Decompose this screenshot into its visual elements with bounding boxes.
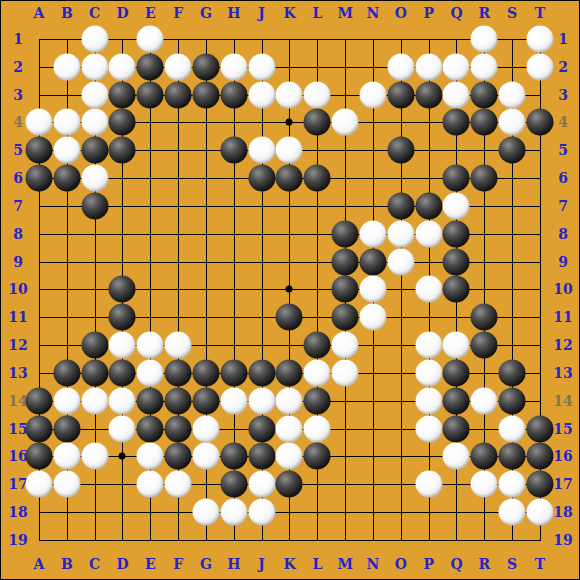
stone-black-K11[interactable] xyxy=(276,304,303,331)
stone-white-N11[interactable] xyxy=(359,304,386,331)
row-label-left-1: 1 xyxy=(13,32,23,46)
stone-black-R12[interactable] xyxy=(471,332,498,359)
row-label-left-19: 19 xyxy=(8,533,27,547)
stone-black-S14[interactable] xyxy=(499,387,526,414)
stone-white-B4[interactable] xyxy=(53,109,80,136)
stone-white-A17[interactable] xyxy=(26,471,53,498)
row-label-right-17: 17 xyxy=(553,477,572,491)
stone-black-O3[interactable] xyxy=(387,81,414,108)
stone-white-S3[interactable] xyxy=(499,81,526,108)
col-label-bottom-P: P xyxy=(423,557,434,571)
stone-white-T1[interactable] xyxy=(526,26,553,53)
col-label-bottom-H: H xyxy=(227,557,240,571)
stone-white-P12[interactable] xyxy=(415,332,442,359)
stone-white-F12[interactable] xyxy=(165,332,192,359)
stone-white-D2[interactable] xyxy=(109,53,136,80)
stone-white-B5[interactable] xyxy=(53,137,80,164)
stone-white-G18[interactable] xyxy=(192,499,219,526)
stone-white-L3[interactable] xyxy=(304,81,331,108)
stone-white-C16[interactable] xyxy=(81,443,108,470)
stone-black-C13[interactable] xyxy=(81,359,108,386)
stone-white-L15[interactable] xyxy=(304,415,331,442)
stone-black-M9[interactable] xyxy=(332,248,359,275)
stone-black-J15[interactable] xyxy=(248,415,275,442)
stone-white-S18[interactable] xyxy=(499,499,526,526)
stone-black-M8[interactable] xyxy=(332,220,359,247)
stone-white-S15[interactable] xyxy=(499,415,526,442)
row-label-right-4: 4 xyxy=(558,115,568,129)
col-label-top-P: P xyxy=(423,6,434,20)
row-label-left-18: 18 xyxy=(8,505,27,519)
grid-line-horizontal xyxy=(39,512,541,513)
col-label-top-Q: Q xyxy=(450,6,462,20)
col-label-top-A: A xyxy=(34,6,45,20)
row-label-right-8: 8 xyxy=(558,227,568,241)
stone-black-R6[interactable] xyxy=(471,165,498,192)
stone-black-F15[interactable] xyxy=(165,415,192,442)
stone-white-P10[interactable] xyxy=(415,276,442,303)
stone-black-D5[interactable] xyxy=(109,137,136,164)
col-label-top-T: T xyxy=(535,6,545,20)
stone-black-L16[interactable] xyxy=(304,443,331,470)
stone-white-F17[interactable] xyxy=(165,471,192,498)
col-label-bottom-S: S xyxy=(507,557,517,571)
stone-white-E1[interactable] xyxy=(137,26,164,53)
row-label-right-19: 19 xyxy=(553,533,572,547)
stone-black-H13[interactable] xyxy=(220,359,247,386)
stone-white-N10[interactable] xyxy=(359,276,386,303)
row-label-left-2: 2 xyxy=(13,60,23,74)
col-label-bottom-T: T xyxy=(535,557,545,571)
stone-black-L12[interactable] xyxy=(304,332,331,359)
col-label-top-J: J xyxy=(258,6,265,20)
stone-white-C4[interactable] xyxy=(81,109,108,136)
stone-white-E16[interactable] xyxy=(137,443,164,470)
stone-white-R14[interactable] xyxy=(471,387,498,414)
stone-white-N8[interactable] xyxy=(359,220,386,247)
col-label-bottom-F: F xyxy=(173,557,183,571)
stone-white-P13[interactable] xyxy=(415,359,442,386)
stone-white-D12[interactable] xyxy=(109,332,136,359)
stone-black-P3[interactable] xyxy=(415,81,442,108)
grid-line-horizontal xyxy=(39,540,541,541)
col-label-top-K: K xyxy=(283,6,295,20)
stone-black-E15[interactable] xyxy=(137,415,164,442)
stone-black-Q10[interactable] xyxy=(443,276,470,303)
stone-white-T18[interactable] xyxy=(526,499,553,526)
stone-black-F3[interactable] xyxy=(165,81,192,108)
stone-black-G3[interactable] xyxy=(192,81,219,108)
col-label-bottom-L: L xyxy=(312,557,322,571)
row-label-left-5: 5 xyxy=(13,143,23,157)
row-label-right-6: 6 xyxy=(558,171,568,185)
stone-black-S16[interactable] xyxy=(499,443,526,470)
col-label-top-H: H xyxy=(227,6,240,20)
stone-black-K6[interactable] xyxy=(276,165,303,192)
stone-black-T15[interactable] xyxy=(526,415,553,442)
stone-white-Q7[interactable] xyxy=(443,192,470,219)
col-label-top-L: L xyxy=(312,6,322,20)
grid-line-vertical xyxy=(401,39,402,541)
stone-white-B17[interactable] xyxy=(53,471,80,498)
stone-white-T2[interactable] xyxy=(526,53,553,80)
row-label-right-13: 13 xyxy=(553,366,572,380)
stone-black-A16[interactable] xyxy=(26,443,53,470)
col-label-bottom-M: M xyxy=(337,557,353,571)
col-label-bottom-A: A xyxy=(34,557,45,571)
stone-white-Q12[interactable] xyxy=(443,332,470,359)
stone-black-F16[interactable] xyxy=(165,443,192,470)
star-point xyxy=(286,286,293,293)
stone-white-E13[interactable] xyxy=(137,359,164,386)
stone-white-P8[interactable] xyxy=(415,220,442,247)
row-label-right-7: 7 xyxy=(558,199,568,213)
stone-black-D3[interactable] xyxy=(109,81,136,108)
stone-black-E3[interactable] xyxy=(137,81,164,108)
stone-white-H14[interactable] xyxy=(220,387,247,414)
stone-black-Q4[interactable] xyxy=(443,109,470,136)
stone-black-J16[interactable] xyxy=(248,443,275,470)
col-label-bottom-E: E xyxy=(145,557,156,571)
stone-black-K13[interactable] xyxy=(276,359,303,386)
stone-white-C1[interactable] xyxy=(81,26,108,53)
stone-white-P2[interactable] xyxy=(415,53,442,80)
stone-black-M11[interactable] xyxy=(332,304,359,331)
stone-black-E14[interactable] xyxy=(137,387,164,414)
stone-black-Q15[interactable] xyxy=(443,415,470,442)
stone-black-B13[interactable] xyxy=(53,359,80,386)
stone-black-N9[interactable] xyxy=(359,248,386,275)
stone-black-T4[interactable] xyxy=(526,109,553,136)
stone-white-O2[interactable] xyxy=(387,53,414,80)
row-label-left-7: 7 xyxy=(13,199,23,213)
col-label-bottom-D: D xyxy=(116,557,128,571)
col-label-top-G: G xyxy=(200,6,212,20)
row-label-right-9: 9 xyxy=(558,255,568,269)
stone-white-J14[interactable] xyxy=(248,387,275,414)
stone-black-S13[interactable] xyxy=(499,359,526,386)
col-label-top-E: E xyxy=(145,6,156,20)
stone-black-F13[interactable] xyxy=(165,359,192,386)
stone-white-C6[interactable] xyxy=(81,165,108,192)
stone-white-D15[interactable] xyxy=(109,415,136,442)
row-label-right-11: 11 xyxy=(553,310,572,324)
col-label-bottom-N: N xyxy=(367,557,380,571)
col-label-bottom-G: G xyxy=(200,557,212,571)
stone-black-Q6[interactable] xyxy=(443,165,470,192)
stone-white-F2[interactable] xyxy=(165,53,192,80)
stone-black-G14[interactable] xyxy=(192,387,219,414)
stone-black-Q9[interactable] xyxy=(443,248,470,275)
row-label-right-15: 15 xyxy=(553,422,572,436)
stone-white-R17[interactable] xyxy=(471,471,498,498)
col-label-bottom-J: J xyxy=(258,557,265,571)
stone-white-C3[interactable] xyxy=(81,81,108,108)
col-label-top-S: S xyxy=(507,6,517,20)
stone-white-J5[interactable] xyxy=(248,137,275,164)
row-label-left-9: 9 xyxy=(13,255,23,269)
stone-white-A4[interactable] xyxy=(26,109,53,136)
stone-white-M12[interactable] xyxy=(332,332,359,359)
stone-white-B16[interactable] xyxy=(53,443,80,470)
col-label-top-C: C xyxy=(89,6,100,20)
stone-black-A14[interactable] xyxy=(26,387,53,414)
row-label-left-8: 8 xyxy=(13,227,23,241)
stone-white-K14[interactable] xyxy=(276,387,303,414)
row-label-right-16: 16 xyxy=(553,449,572,463)
stone-black-T16[interactable] xyxy=(526,443,553,470)
col-label-top-B: B xyxy=(61,6,73,20)
stone-white-J3[interactable] xyxy=(248,81,275,108)
col-label-top-D: D xyxy=(116,6,128,20)
go-board[interactable]: AABBCCDDEEFFGGHHJJKKLLMMNNOOPPQQRRSSTT11… xyxy=(0,0,580,580)
stone-black-D4[interactable] xyxy=(109,109,136,136)
stone-black-H17[interactable] xyxy=(220,471,247,498)
stone-white-C14[interactable] xyxy=(81,387,108,414)
stone-white-R1[interactable] xyxy=(471,26,498,53)
col-label-top-O: O xyxy=(395,6,407,20)
star-point xyxy=(286,119,293,126)
stone-black-C5[interactable] xyxy=(81,137,108,164)
stone-white-B2[interactable] xyxy=(53,53,80,80)
col-label-bottom-K: K xyxy=(283,557,295,571)
row-label-right-14: 14 xyxy=(553,394,572,408)
row-label-left-6: 6 xyxy=(13,171,23,185)
stone-white-P17[interactable] xyxy=(415,471,442,498)
stone-black-P7[interactable] xyxy=(415,192,442,219)
stone-black-F14[interactable] xyxy=(165,387,192,414)
row-label-right-10: 10 xyxy=(553,282,572,296)
stone-black-O7[interactable] xyxy=(387,192,414,219)
stone-black-H16[interactable] xyxy=(220,443,247,470)
col-label-bottom-R: R xyxy=(478,557,490,571)
stone-black-D11[interactable] xyxy=(109,304,136,331)
stone-black-O5[interactable] xyxy=(387,137,414,164)
stone-white-G16[interactable] xyxy=(192,443,219,470)
stone-white-Q16[interactable] xyxy=(443,443,470,470)
col-label-top-R: R xyxy=(478,6,490,20)
stone-black-B6[interactable] xyxy=(53,165,80,192)
col-label-bottom-C: C xyxy=(89,557,100,571)
stone-black-G2[interactable] xyxy=(192,53,219,80)
stone-white-E12[interactable] xyxy=(137,332,164,359)
stone-black-L14[interactable] xyxy=(304,387,331,414)
row-label-left-3: 3 xyxy=(13,88,23,102)
stone-black-R3[interactable] xyxy=(471,81,498,108)
grid-line-horizontal xyxy=(39,39,541,40)
stone-white-H18[interactable] xyxy=(220,499,247,526)
row-label-right-5: 5 xyxy=(558,143,568,157)
row-label-right-1: 1 xyxy=(558,32,568,46)
stone-white-L13[interactable] xyxy=(304,359,331,386)
stone-white-O9[interactable] xyxy=(387,248,414,275)
stone-black-L4[interactable] xyxy=(304,109,331,136)
row-label-right-3: 3 xyxy=(558,88,568,102)
stone-white-G15[interactable] xyxy=(192,415,219,442)
stone-white-J18[interactable] xyxy=(248,499,275,526)
stone-black-M10[interactable] xyxy=(332,276,359,303)
stone-white-K15[interactable] xyxy=(276,415,303,442)
row-label-left-11: 11 xyxy=(8,310,27,324)
col-label-top-M: M xyxy=(337,6,353,20)
col-label-bottom-B: B xyxy=(61,557,73,571)
stone-black-R4[interactable] xyxy=(471,109,498,136)
stone-white-K3[interactable] xyxy=(276,81,303,108)
star-point xyxy=(119,453,126,460)
stone-black-A6[interactable] xyxy=(26,165,53,192)
stone-white-N3[interactable] xyxy=(359,81,386,108)
stone-black-B15[interactable] xyxy=(53,415,80,442)
stone-black-R11[interactable] xyxy=(471,304,498,331)
stone-black-H5[interactable] xyxy=(220,137,247,164)
col-label-top-F: F xyxy=(173,6,183,20)
stone-black-S5[interactable] xyxy=(499,137,526,164)
stone-white-P14[interactable] xyxy=(415,387,442,414)
stone-white-D14[interactable] xyxy=(109,387,136,414)
stone-black-H3[interactable] xyxy=(220,81,247,108)
row-label-left-4: 4 xyxy=(13,115,23,129)
stone-black-Q13[interactable] xyxy=(443,359,470,386)
col-label-bottom-O: O xyxy=(395,557,407,571)
stone-white-K16[interactable] xyxy=(276,443,303,470)
row-label-right-2: 2 xyxy=(558,60,568,74)
stone-white-C2[interactable] xyxy=(81,53,108,80)
stone-black-Q8[interactable] xyxy=(443,220,470,247)
stone-white-M13[interactable] xyxy=(332,359,359,386)
col-label-bottom-Q: Q xyxy=(450,557,462,571)
stone-white-S4[interactable] xyxy=(499,109,526,136)
stone-white-J17[interactable] xyxy=(248,471,275,498)
row-label-right-18: 18 xyxy=(553,505,572,519)
stone-black-J6[interactable] xyxy=(248,165,275,192)
stone-white-O8[interactable] xyxy=(387,220,414,247)
stone-black-D10[interactable] xyxy=(109,276,136,303)
row-label-right-12: 12 xyxy=(553,338,572,352)
row-label-left-12: 12 xyxy=(8,338,27,352)
stone-white-K5[interactable] xyxy=(276,137,303,164)
stone-white-J2[interactable] xyxy=(248,53,275,80)
stone-white-M4[interactable] xyxy=(332,109,359,136)
stone-black-R16[interactable] xyxy=(471,443,498,470)
stone-black-G13[interactable] xyxy=(192,359,219,386)
stone-black-L6[interactable] xyxy=(304,165,331,192)
stone-white-H2[interactable] xyxy=(220,53,247,80)
stone-white-B14[interactable] xyxy=(53,387,80,414)
stone-white-E17[interactable] xyxy=(137,471,164,498)
stone-black-D13[interactable] xyxy=(109,359,136,386)
stone-white-R2[interactable] xyxy=(471,53,498,80)
stone-black-A5[interactable] xyxy=(26,137,53,164)
stone-white-Q3[interactable] xyxy=(443,81,470,108)
stone-black-C12[interactable] xyxy=(81,332,108,359)
row-label-left-13: 13 xyxy=(8,366,27,380)
col-label-top-N: N xyxy=(367,6,380,20)
stone-white-P15[interactable] xyxy=(415,415,442,442)
stone-white-Q2[interactable] xyxy=(443,53,470,80)
stone-black-J13[interactable] xyxy=(248,359,275,386)
stone-black-C7[interactable] xyxy=(81,192,108,219)
row-label-left-10: 10 xyxy=(8,282,27,296)
stone-black-Q14[interactable] xyxy=(443,387,470,414)
stone-black-K17[interactable] xyxy=(276,471,303,498)
stone-black-T17[interactable] xyxy=(526,471,553,498)
stone-black-A15[interactable] xyxy=(26,415,53,442)
stone-white-S17[interactable] xyxy=(499,471,526,498)
stone-black-E2[interactable] xyxy=(137,53,164,80)
